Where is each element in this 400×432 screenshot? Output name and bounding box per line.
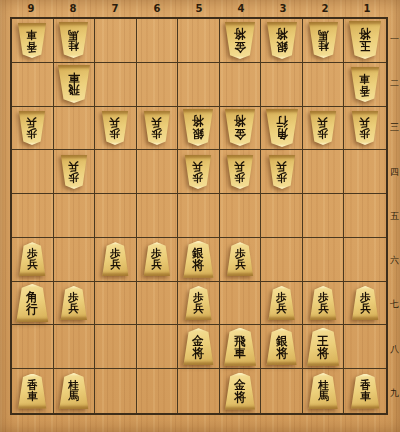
piece-rook-gote[interactable]: 飛車 [57, 65, 91, 103]
piece-pawn-gote[interactable]: 歩兵 [60, 155, 88, 189]
piece-face: 金将 [182, 328, 214, 365]
piece-pawn-gote[interactable]: 歩兵 [18, 111, 46, 145]
piece-face: 玉将 [348, 21, 382, 59]
file-label-6: 6 [136, 2, 178, 15]
square-77[interactable] [95, 282, 137, 326]
file-label-7: 7 [94, 2, 136, 15]
piece-face: 歩兵 [18, 111, 46, 145]
shogi-board: 987654321 一二三四五六七八九 香車桂馬金将銀将桂馬玉将飛車香車歩兵歩兵… [0, 0, 400, 432]
piece-face: 香車 [350, 374, 380, 409]
square-48[interactable]: 飛車 [220, 325, 262, 369]
piece-lance-gote[interactable]: 香車 [17, 23, 47, 58]
piece-pawn-gote[interactable]: 歩兵 [184, 155, 212, 189]
square-97[interactable]: 角行 [12, 282, 54, 326]
square-93[interactable]: 歩兵 [12, 107, 54, 151]
piece-face: 香車 [350, 67, 380, 102]
piece-face: 歩兵 [309, 111, 337, 145]
square-35[interactable] [261, 194, 303, 238]
square-96[interactable]: 歩兵 [12, 238, 54, 282]
square-81[interactable]: 桂馬 [54, 19, 96, 63]
square-72[interactable] [95, 63, 137, 107]
piece-pawn-gote[interactable]: 歩兵 [226, 155, 254, 189]
piece-face: 歩兵 [101, 111, 129, 145]
square-59[interactable] [178, 369, 220, 413]
piece-face: 銀将 [182, 109, 214, 146]
piece-gold-gote[interactable]: 金将 [224, 22, 256, 59]
square-79[interactable] [95, 369, 137, 413]
piece-pawn-sente[interactable]: 歩兵 [309, 286, 337, 320]
square-17[interactable]: 歩兵 [344, 282, 386, 326]
square-56[interactable]: 銀将 [178, 238, 220, 282]
rank-label-8: 八 [389, 327, 400, 371]
rank-label-4: 四 [389, 150, 400, 194]
square-43[interactable]: 金将 [220, 107, 262, 151]
square-39[interactable] [261, 369, 303, 413]
square-26[interactable] [303, 238, 345, 282]
square-99[interactable]: 香車 [12, 369, 54, 413]
piece-face: 銀将 [266, 328, 298, 365]
square-22[interactable] [303, 63, 345, 107]
piece-knight-gote[interactable]: 桂馬 [308, 22, 339, 58]
piece-lance-sente[interactable]: 香車 [17, 374, 47, 409]
square-33[interactable]: 角行 [261, 107, 303, 151]
file-label-5: 5 [178, 2, 220, 15]
square-57[interactable]: 歩兵 [178, 282, 220, 326]
square-14[interactable] [344, 150, 386, 194]
square-13[interactable]: 歩兵 [344, 107, 386, 151]
piece-lance-gote[interactable]: 香車 [350, 67, 380, 102]
square-45[interactable] [220, 194, 262, 238]
square-66[interactable]: 歩兵 [137, 238, 179, 282]
square-69[interactable] [137, 369, 179, 413]
square-94[interactable] [12, 150, 54, 194]
piece-silver-gote[interactable]: 銀将 [266, 22, 298, 59]
piece-face: 歩兵 [143, 111, 171, 145]
board-grid: 香車桂馬金将銀将桂馬玉将飛車香車歩兵歩兵歩兵銀将金将角行歩兵歩兵歩兵歩兵歩兵歩兵… [10, 17, 388, 415]
square-88[interactable] [54, 325, 96, 369]
rank-label-1: 一 [389, 17, 400, 61]
square-68[interactable] [137, 325, 179, 369]
piece-face: 飛車 [57, 65, 91, 103]
square-89[interactable]: 桂馬 [54, 369, 96, 413]
square-38[interactable]: 銀将 [261, 325, 303, 369]
rank-label-2: 二 [389, 61, 400, 105]
square-78[interactable] [95, 325, 137, 369]
piece-face: 歩兵 [143, 242, 171, 276]
piece-face: 飛車 [223, 328, 257, 366]
rank-label-9: 九 [389, 371, 400, 415]
piece-king-gote[interactable]: 玉将 [348, 21, 382, 59]
square-67[interactable] [137, 282, 179, 326]
piece-face: 金将 [224, 22, 256, 59]
piece-face: 歩兵 [351, 111, 379, 145]
square-64[interactable] [137, 150, 179, 194]
piece-face: 桂馬 [58, 373, 89, 409]
piece-rook-sente[interactable]: 飛車 [223, 328, 257, 366]
square-91[interactable]: 香車 [12, 19, 54, 63]
piece-face: 香車 [17, 374, 47, 409]
piece-face: 歩兵 [268, 286, 296, 320]
piece-pawn-gote[interactable]: 歩兵 [268, 155, 296, 189]
square-49[interactable]: 金将 [220, 369, 262, 413]
square-53[interactable]: 銀将 [178, 107, 220, 151]
piece-knight-sente[interactable]: 桂馬 [58, 373, 89, 409]
piece-pawn-sente[interactable]: 歩兵 [226, 242, 254, 276]
piece-pawn-sente[interactable]: 歩兵 [143, 242, 171, 276]
piece-gold-sente[interactable]: 金将 [182, 328, 214, 365]
square-18[interactable] [344, 325, 386, 369]
square-37[interactable]: 歩兵 [261, 282, 303, 326]
piece-face: 桂馬 [308, 22, 339, 58]
square-25[interactable] [303, 194, 345, 238]
piece-silver-sente[interactable]: 銀将 [266, 328, 298, 365]
piece-king-sente[interactable]: 王将 [306, 328, 340, 366]
file-label-8: 8 [52, 2, 94, 15]
piece-face: 金将 [224, 109, 256, 146]
piece-face: 歩兵 [226, 242, 254, 276]
square-61[interactable] [137, 19, 179, 63]
rank-label-5: 五 [389, 194, 400, 238]
piece-pawn-sente[interactable]: 歩兵 [18, 242, 46, 276]
piece-face: 銀将 [266, 22, 298, 59]
file-label-3: 3 [262, 2, 304, 15]
square-76[interactable]: 歩兵 [95, 238, 137, 282]
piece-pawn-gote[interactable]: 歩兵 [351, 111, 379, 145]
file-label-1: 1 [346, 2, 388, 15]
square-92[interactable] [12, 63, 54, 107]
piece-face: 金将 [224, 373, 256, 410]
piece-face: 歩兵 [268, 155, 296, 189]
piece-gold-sente[interactable]: 金将 [224, 373, 256, 410]
square-11[interactable]: 玉将 [344, 19, 386, 63]
square-41[interactable]: 金将 [220, 19, 262, 63]
square-34[interactable]: 歩兵 [261, 150, 303, 194]
square-98[interactable] [12, 325, 54, 369]
square-36[interactable] [261, 238, 303, 282]
square-44[interactable]: 歩兵 [220, 150, 262, 194]
piece-face: 歩兵 [184, 155, 212, 189]
piece-bishop-sente[interactable]: 角行 [15, 284, 49, 322]
piece-face: 桂馬 [58, 22, 89, 58]
piece-face: 香車 [17, 23, 47, 58]
piece-face: 桂馬 [308, 373, 339, 409]
square-83[interactable] [54, 107, 96, 151]
square-12[interactable]: 香車 [344, 63, 386, 107]
square-54[interactable]: 歩兵 [178, 150, 220, 194]
piece-face: 歩兵 [60, 286, 88, 320]
square-28[interactable]: 王将 [303, 325, 345, 369]
piece-face: 銀将 [182, 241, 214, 278]
piece-pawn-gote[interactable]: 歩兵 [101, 111, 129, 145]
square-47[interactable] [220, 282, 262, 326]
piece-lance-sente[interactable]: 香車 [350, 374, 380, 409]
square-32[interactable] [261, 63, 303, 107]
square-21[interactable]: 桂馬 [303, 19, 345, 63]
piece-pawn-sente[interactable]: 歩兵 [184, 286, 212, 320]
square-87[interactable]: 歩兵 [54, 282, 96, 326]
piece-pawn-sente[interactable]: 歩兵 [60, 286, 88, 320]
piece-face: 角行 [15, 284, 49, 322]
piece-face: 歩兵 [351, 286, 379, 320]
piece-face: 歩兵 [184, 286, 212, 320]
square-84[interactable]: 歩兵 [54, 150, 96, 194]
piece-knight-sente[interactable]: 桂馬 [308, 373, 339, 409]
square-15[interactable] [344, 194, 386, 238]
square-27[interactable]: 歩兵 [303, 282, 345, 326]
piece-face: 角行 [265, 109, 299, 147]
square-74[interactable] [95, 150, 137, 194]
piece-pawn-gote[interactable]: 歩兵 [143, 111, 171, 145]
square-82[interactable]: 飛車 [54, 63, 96, 107]
piece-face: 歩兵 [309, 286, 337, 320]
rank-label-3: 三 [389, 105, 400, 149]
piece-knight-gote[interactable]: 桂馬 [58, 22, 89, 58]
piece-silver-gote[interactable]: 銀将 [182, 109, 214, 146]
file-label-9: 9 [10, 2, 52, 15]
square-63[interactable]: 歩兵 [137, 107, 179, 151]
rank-label-6: 六 [389, 238, 400, 282]
square-62[interactable] [137, 63, 179, 107]
square-86[interactable] [54, 238, 96, 282]
square-75[interactable] [95, 194, 137, 238]
square-65[interactable] [137, 194, 179, 238]
square-31[interactable]: 銀将 [261, 19, 303, 63]
piece-pawn-sente[interactable]: 歩兵 [351, 286, 379, 320]
piece-face: 歩兵 [101, 242, 129, 276]
piece-face: 歩兵 [18, 242, 46, 276]
square-85[interactable] [54, 194, 96, 238]
square-58[interactable]: 金将 [178, 325, 220, 369]
file-label-2: 2 [304, 2, 346, 15]
square-55[interactable] [178, 194, 220, 238]
square-29[interactable]: 桂馬 [303, 369, 345, 413]
piece-silver-sente[interactable]: 銀将 [182, 241, 214, 278]
piece-face: 歩兵 [226, 155, 254, 189]
square-51[interactable] [178, 19, 220, 63]
piece-face: 王将 [306, 328, 340, 366]
square-71[interactable] [95, 19, 137, 63]
square-42[interactable] [220, 63, 262, 107]
square-95[interactable] [12, 194, 54, 238]
square-23[interactable]: 歩兵 [303, 107, 345, 151]
piece-bishop-gote[interactable]: 角行 [265, 109, 299, 147]
piece-pawn-sente[interactable]: 歩兵 [101, 242, 129, 276]
file-label-4: 4 [220, 2, 262, 15]
square-24[interactable] [303, 150, 345, 194]
square-16[interactable] [344, 238, 386, 282]
piece-face: 歩兵 [60, 155, 88, 189]
square-46[interactable]: 歩兵 [220, 238, 262, 282]
piece-pawn-sente[interactable]: 歩兵 [268, 286, 296, 320]
square-52[interactable] [178, 63, 220, 107]
square-73[interactable]: 歩兵 [95, 107, 137, 151]
piece-gold-gote[interactable]: 金将 [224, 109, 256, 146]
piece-pawn-gote[interactable]: 歩兵 [309, 111, 337, 145]
square-19[interactable]: 香車 [344, 369, 386, 413]
rank-label-7: 七 [389, 282, 400, 326]
